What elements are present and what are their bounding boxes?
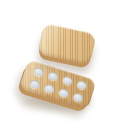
domino-pip [32, 67, 44, 78]
photo-stage [0, 0, 125, 125]
domino-pip [75, 80, 87, 91]
domino-pip [57, 87, 69, 98]
domino-pip [61, 75, 73, 86]
domino-pip [72, 92, 84, 103]
domino-pip [47, 71, 59, 82]
domino-pip [29, 79, 41, 90]
domino-lid-tile [37, 23, 96, 66]
domino-pip [43, 83, 55, 94]
